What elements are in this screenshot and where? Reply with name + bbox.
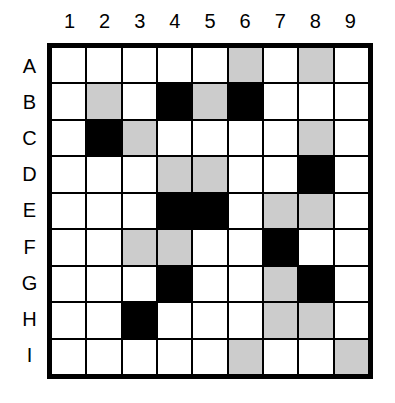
cell-A1[interactable] [52, 48, 85, 82]
cell-I9[interactable] [335, 340, 368, 374]
cell-D5[interactable] [193, 157, 226, 191]
cell-E5[interactable] [193, 194, 226, 228]
cell-D4[interactable] [158, 157, 191, 191]
cell-I3[interactable] [123, 340, 156, 374]
cell-H5[interactable] [193, 303, 226, 337]
cell-B5[interactable] [193, 84, 226, 118]
cell-A7[interactable] [264, 48, 297, 82]
cell-G8[interactable] [299, 267, 332, 301]
cell-E1[interactable] [52, 194, 85, 228]
row-label-G: G [22, 272, 38, 295]
col-label-4: 4 [169, 10, 180, 33]
row-label-H: H [22, 308, 36, 331]
cell-D1[interactable] [52, 157, 85, 191]
cell-D2[interactable] [87, 157, 120, 191]
col-label-9: 9 [345, 10, 356, 33]
cell-I2[interactable] [87, 340, 120, 374]
cell-G2[interactable] [87, 267, 120, 301]
cell-E9[interactable] [335, 194, 368, 228]
cell-D7[interactable] [264, 157, 297, 191]
cell-H1[interactable] [52, 303, 85, 337]
cell-G3[interactable] [123, 267, 156, 301]
cell-A2[interactable] [87, 48, 120, 82]
row-label-B: B [23, 91, 36, 114]
cell-A3[interactable] [123, 48, 156, 82]
row-label-C: C [22, 127, 36, 150]
cell-A9[interactable] [335, 48, 368, 82]
corner-spacer [0, 0, 47, 43]
cell-I1[interactable] [52, 340, 85, 374]
cell-C5[interactable] [193, 121, 226, 155]
row-label-E: E [23, 199, 36, 222]
cell-E6[interactable] [229, 194, 262, 228]
cell-H9[interactable] [335, 303, 368, 337]
cell-E7[interactable] [264, 194, 297, 228]
cell-G6[interactable] [229, 267, 262, 301]
cell-F3[interactable] [123, 230, 156, 264]
puzzle-layout: 1 2 3 4 5 6 7 8 9 A B C D E F G H I [0, 0, 373, 379]
row-label-D: D [22, 163, 36, 186]
cell-E3[interactable] [123, 194, 156, 228]
cell-H7[interactable] [264, 303, 297, 337]
cell-B6[interactable] [229, 84, 262, 118]
cell-B1[interactable] [52, 84, 85, 118]
cell-H6[interactable] [229, 303, 262, 337]
cell-C7[interactable] [264, 121, 297, 155]
cell-B4[interactable] [158, 84, 191, 118]
cell-I5[interactable] [193, 340, 226, 374]
cell-D9[interactable] [335, 157, 368, 191]
cell-C6[interactable] [229, 121, 262, 155]
cell-H4[interactable] [158, 303, 191, 337]
cell-G1[interactable] [52, 267, 85, 301]
cell-F6[interactable] [229, 230, 262, 264]
cell-H8[interactable] [299, 303, 332, 337]
cell-F1[interactable] [52, 230, 85, 264]
cell-D8[interactable] [299, 157, 332, 191]
cell-I7[interactable] [264, 340, 297, 374]
cell-F8[interactable] [299, 230, 332, 264]
cell-C2[interactable] [87, 121, 120, 155]
cell-F5[interactable] [193, 230, 226, 264]
col-label-5: 5 [204, 10, 215, 33]
cell-E8[interactable] [299, 194, 332, 228]
cell-A6[interactable] [229, 48, 262, 82]
cell-H3[interactable] [123, 303, 156, 337]
puzzle-page: 1 2 3 4 5 6 7 8 9 A B C D E F G H I [0, 0, 395, 403]
cell-B7[interactable] [264, 84, 297, 118]
col-label-2: 2 [99, 10, 110, 33]
cell-D6[interactable] [229, 157, 262, 191]
cell-B9[interactable] [335, 84, 368, 118]
column-labels: 1 2 3 4 5 6 7 8 9 [52, 0, 368, 43]
row-label-A: A [23, 55, 36, 78]
cell-F7[interactable] [264, 230, 297, 264]
cell-H2[interactable] [87, 303, 120, 337]
cell-F4[interactable] [158, 230, 191, 264]
puzzle-board [47, 43, 373, 379]
row-label-F: F [23, 236, 35, 259]
cell-E2[interactable] [87, 194, 120, 228]
cell-G4[interactable] [158, 267, 191, 301]
cell-B3[interactable] [123, 84, 156, 118]
cell-C9[interactable] [335, 121, 368, 155]
cell-C4[interactable] [158, 121, 191, 155]
cell-B2[interactable] [87, 84, 120, 118]
cell-G9[interactable] [335, 267, 368, 301]
cell-B8[interactable] [299, 84, 332, 118]
cell-I4[interactable] [158, 340, 191, 374]
cell-A8[interactable] [299, 48, 332, 82]
col-label-6: 6 [240, 10, 251, 33]
cell-I6[interactable] [229, 340, 262, 374]
cell-A4[interactable] [158, 48, 191, 82]
cell-F9[interactable] [335, 230, 368, 264]
col-label-7: 7 [275, 10, 286, 33]
cell-D3[interactable] [123, 157, 156, 191]
col-label-8: 8 [310, 10, 321, 33]
cell-I8[interactable] [299, 340, 332, 374]
cell-C3[interactable] [123, 121, 156, 155]
col-label-1: 1 [64, 10, 75, 33]
cell-G7[interactable] [264, 267, 297, 301]
row-labels: A B C D E F G H I [0, 48, 47, 374]
cell-A5[interactable] [193, 48, 226, 82]
col-label-3: 3 [134, 10, 145, 33]
cell-C8[interactable] [299, 121, 332, 155]
cell-G5[interactable] [193, 267, 226, 301]
cell-C1[interactable] [52, 121, 85, 155]
cell-F2[interactable] [87, 230, 120, 264]
cell-E4[interactable] [158, 194, 191, 228]
row-label-I: I [27, 344, 33, 367]
